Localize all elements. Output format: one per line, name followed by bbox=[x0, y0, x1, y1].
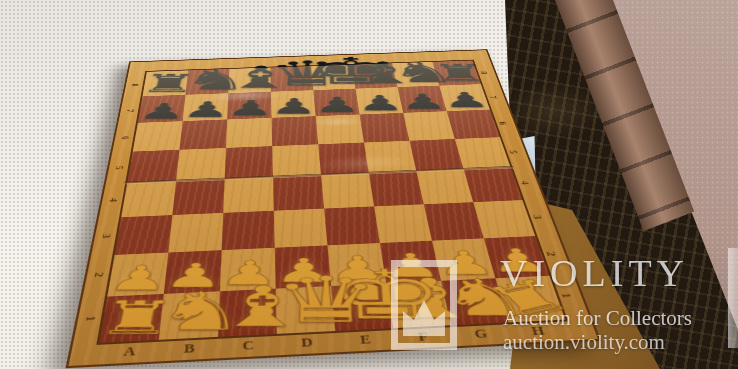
square-b4 bbox=[172, 179, 224, 215]
square-e5 bbox=[318, 143, 369, 175]
square-a5 bbox=[127, 150, 179, 183]
square-b5 bbox=[176, 148, 226, 181]
square-a4 bbox=[121, 181, 176, 217]
square-d5 bbox=[272, 144, 321, 177]
square-b3 bbox=[168, 213, 223, 253]
chess-set-photo: ABCDEFGH 87654321 87654321 ♜♞♝♛♚♝♞♜♟♟♟♟♟… bbox=[0, 0, 738, 369]
square-a1: ♜ bbox=[99, 294, 164, 343]
square-d3 bbox=[274, 209, 328, 248]
square-a6 bbox=[133, 121, 183, 151]
square-a3 bbox=[115, 215, 173, 255]
square-c5 bbox=[225, 146, 273, 179]
square-d4 bbox=[273, 175, 324, 211]
square-f3 bbox=[374, 204, 432, 243]
piece-black-rook-a8: ♜ bbox=[137, 71, 195, 96]
square-e6 bbox=[316, 114, 364, 144]
piece-white-rook-a1: ♜ bbox=[92, 295, 174, 341]
square-e4 bbox=[321, 173, 374, 209]
square-e3 bbox=[324, 206, 380, 245]
square-d6 bbox=[272, 116, 319, 146]
piece-black-pawn-a7: ♟ bbox=[132, 100, 192, 122]
square-h6 bbox=[447, 110, 500, 139]
square-b6 bbox=[179, 119, 227, 149]
square-a8: ♜ bbox=[142, 70, 188, 96]
square-f6 bbox=[360, 113, 410, 143]
square-c4 bbox=[223, 177, 274, 213]
square-a7: ♟ bbox=[138, 95, 186, 123]
square-c3 bbox=[222, 211, 275, 250]
square-f4 bbox=[369, 171, 424, 206]
square-c6 bbox=[226, 118, 272, 148]
square-a2: ♟ bbox=[107, 253, 168, 297]
square-f5 bbox=[364, 141, 416, 173]
